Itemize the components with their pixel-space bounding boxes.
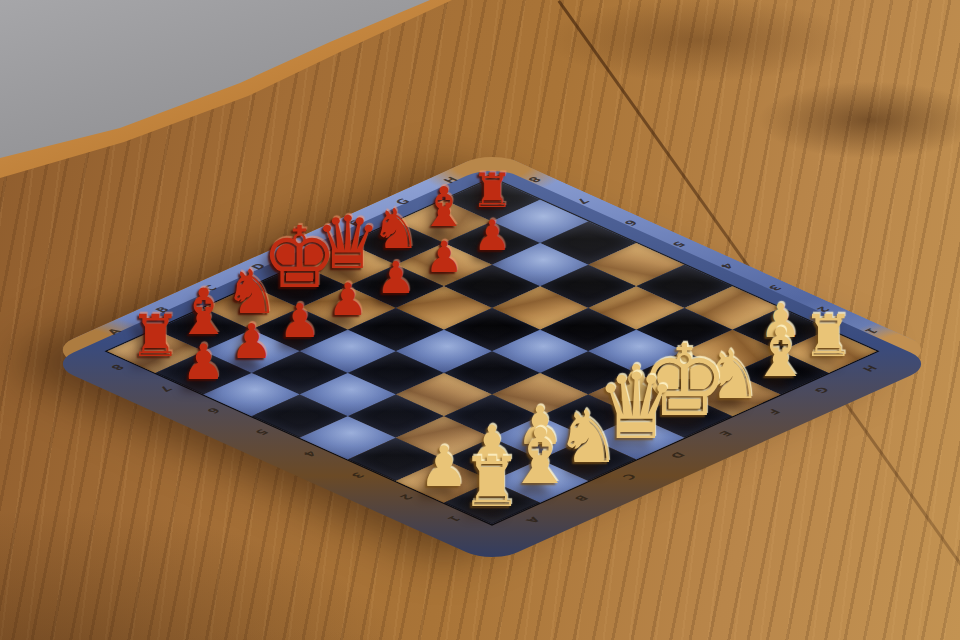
red-pawn-glyph: ♟ <box>144 338 264 387</box>
rank-label-4-hfile-side: 4 <box>713 260 741 273</box>
rank-label-5-hfile-side: 5 <box>665 238 693 251</box>
rank-label-4-afile-side: 4 <box>295 447 323 460</box>
photo-scene: ♜♟♜♝♟♝♞♟♟♞♛♟♟♚♚♟♛♞♟♟♞♝♟♟♝♜♟♟♜ AABBCCDDEE… <box>0 0 960 640</box>
rank-label-6-afile-side: 6 <box>199 404 227 417</box>
rank-label-3-afile-side: 3 <box>344 469 372 482</box>
rank-label-5-afile-side: 5 <box>247 426 275 439</box>
rank-label-6-hfile-side: 6 <box>616 216 644 229</box>
white-rook-glyph: ♜ <box>432 448 552 517</box>
chess-board: ♜♟♜♝♟♝♞♟♟♞♛♟♟♚♚♟♛♞♟♟♞♝♟♟♝♜♟♟♜ AABBCCDDEE… <box>48 150 936 550</box>
board-grid: ♜♟♜♝♟♝♞♟♟♞♛♟♟♚♚♟♛♞♟♟♞♝♟♟♝♜♟♟♜ <box>105 177 880 526</box>
rank-label-7-hfile-side: 7 <box>568 195 596 208</box>
